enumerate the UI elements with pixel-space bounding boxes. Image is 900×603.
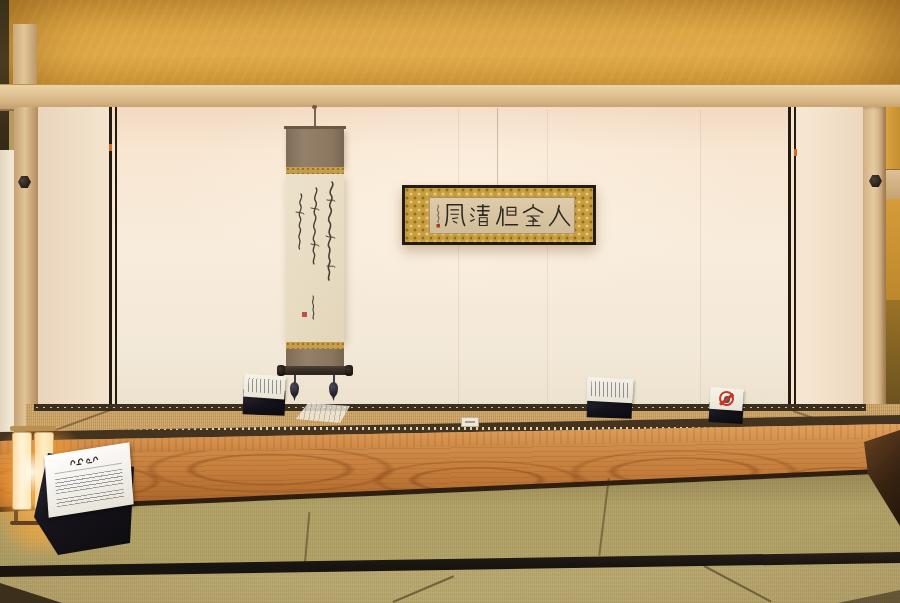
room-name-stand xyxy=(28,443,142,561)
hanging-scroll xyxy=(284,125,348,400)
left-batten-marker xyxy=(109,144,112,151)
scroll-roller-knob-right xyxy=(345,365,353,376)
room-stand-card xyxy=(44,442,133,518)
wall-seam xyxy=(700,109,701,404)
plaque-inner-panel xyxy=(429,197,575,234)
plaque-wire xyxy=(497,108,498,187)
plaque-calligraphy xyxy=(443,201,573,231)
alcove-left-wall xyxy=(37,107,115,437)
right-corner-batten xyxy=(788,107,791,416)
right-batten-marker xyxy=(794,149,797,156)
caption-text-columns xyxy=(591,381,630,398)
left-pillar-upper xyxy=(13,24,37,88)
scroll-paper xyxy=(286,174,344,342)
no-touch-sign-card xyxy=(709,387,743,411)
left-corner-batten xyxy=(109,107,112,410)
scroll-upper-mount xyxy=(286,129,344,167)
lamp-cap xyxy=(10,426,56,431)
right-wood-rail xyxy=(886,169,900,201)
glyph-kaze xyxy=(446,205,465,226)
scroll-tassel-left xyxy=(290,382,299,397)
scroll-tassel-right xyxy=(329,382,338,397)
scroll-gold-strip-bottom xyxy=(286,342,344,349)
wall-seam xyxy=(458,109,459,404)
small-tag xyxy=(461,417,479,427)
caption-stand-left-card xyxy=(243,374,286,400)
gold-upper-wall xyxy=(0,0,900,86)
wall-seam xyxy=(547,109,548,404)
scroll-calligraphy xyxy=(289,178,341,338)
left-edge-dark-sliver xyxy=(0,0,9,152)
caption-stand-right-card xyxy=(586,377,633,403)
left-corner-batten-2 xyxy=(115,107,117,410)
scroll-gold-strip-top xyxy=(286,167,344,174)
caption-text-columns xyxy=(248,378,282,394)
right-gold-sliver-mid xyxy=(886,199,900,300)
tag-text-line xyxy=(465,421,475,423)
scroll-roller-knob-left xyxy=(277,365,285,376)
scroll-red-seal xyxy=(302,312,307,317)
right-gold-sliver-top xyxy=(886,107,900,169)
alcove-right-wall xyxy=(791,107,865,437)
glyph-shitsu xyxy=(524,205,543,226)
glyph-sei xyxy=(471,205,489,226)
alcove-back-wall xyxy=(113,107,791,406)
framed-calligraphy-plaque xyxy=(402,185,596,245)
room-photo xyxy=(0,0,900,603)
glyph-nyu xyxy=(550,206,570,226)
glyph-tada xyxy=(497,206,518,225)
scroll-roller xyxy=(280,366,350,375)
